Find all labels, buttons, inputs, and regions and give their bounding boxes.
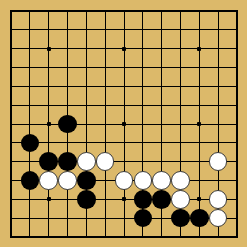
white-stone	[209, 209, 228, 228]
black-stone	[77, 171, 96, 190]
black-stone	[58, 115, 77, 134]
black-stone	[21, 171, 40, 190]
white-stone	[152, 171, 171, 190]
white-stone	[171, 190, 190, 209]
black-stone	[39, 152, 58, 171]
stone-grid	[2, 2, 247, 247]
white-stone	[209, 152, 228, 171]
white-stone	[96, 152, 115, 171]
white-stone	[115, 171, 134, 190]
black-stone	[171, 209, 190, 228]
black-stone	[21, 134, 40, 153]
white-stone	[134, 171, 153, 190]
go-board-screenshot	[0, 0, 247, 247]
white-stone	[39, 171, 58, 190]
black-stone	[77, 190, 96, 209]
black-stone	[58, 152, 77, 171]
black-stone	[190, 209, 209, 228]
white-stone	[171, 171, 190, 190]
black-stone	[134, 190, 153, 209]
black-stone	[134, 209, 153, 228]
white-stone	[209, 190, 228, 209]
white-stone	[77, 152, 96, 171]
white-stone	[58, 171, 77, 190]
black-stone	[152, 190, 171, 209]
go-board[interactable]	[0, 0, 247, 247]
